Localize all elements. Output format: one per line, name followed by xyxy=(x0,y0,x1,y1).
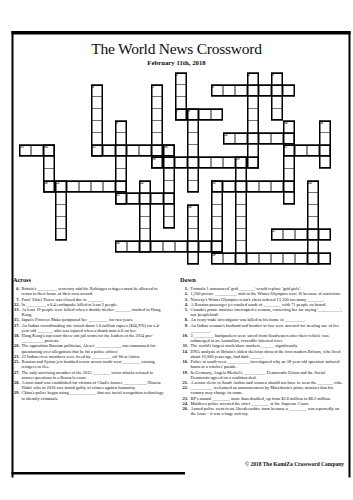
clue-across-29: 29.China's police began using __________… xyxy=(13,390,166,400)
grid-cell-r7c25[interactable] xyxy=(319,157,331,169)
grid-cell-r5c21[interactable] xyxy=(271,133,283,145)
grid-cell-r9c22[interactable] xyxy=(283,181,295,193)
grid-cell-r1c13[interactable] xyxy=(175,85,187,97)
grid-cell-r0c19[interactable] xyxy=(247,73,259,85)
clue-number: 25. xyxy=(13,359,20,364)
grid-cell-r4c11[interactable] xyxy=(151,121,163,133)
grid-cell-r14c18[interactable] xyxy=(235,241,247,253)
grid-cell-r8c22[interactable] xyxy=(283,169,295,181)
grid-cell-r7c18[interactable] xyxy=(235,157,247,169)
grid-cell-r9c4[interactable] xyxy=(67,181,79,193)
grid-cell-r11c10[interactable] xyxy=(139,205,151,217)
grid-cell-r4c8[interactable] xyxy=(115,121,127,133)
grid-cell-r15c21[interactable] xyxy=(271,253,283,265)
clue-text: China's police began using ____________ … xyxy=(22,390,164,400)
clue-text: __________ welcomed an announcement by M… xyxy=(191,385,334,395)
grid-cell-r8c8[interactable] xyxy=(115,169,127,181)
grid-cell-r14c10[interactable] xyxy=(139,241,151,253)
grid-cell-r9c6[interactable] xyxy=(91,181,103,193)
grid-cell-r13c25[interactable] xyxy=(319,229,331,241)
grid-cell-r11c24[interactable] xyxy=(307,205,319,217)
grid-cell-r13c14[interactable] xyxy=(187,229,199,241)
grid-cell-r14c11[interactable] xyxy=(151,241,163,253)
grid-cell-r7c17[interactable] xyxy=(223,157,235,169)
clue-text: Armed police went to an Aberdeenshire fa… xyxy=(191,406,340,416)
grid-cell-r8c2[interactable] xyxy=(43,169,55,181)
clue-text: Police in south-west __________ investig… xyxy=(191,359,340,369)
grid-cell-r12c18[interactable] xyxy=(235,217,247,229)
grid-cell-r9c19[interactable] xyxy=(247,181,259,193)
grid-cell-r9c8[interactable] xyxy=(115,181,127,193)
grid-cell-r14c14[interactable] xyxy=(187,241,199,253)
clue-text: 3 _________ backpackers were saved from … xyxy=(191,333,329,343)
clue-text: In Germany, Angela Merkel's __________ D… xyxy=(191,369,326,379)
grid-cell-r5c18[interactable] xyxy=(235,133,247,145)
grid-cell-r1c21[interactable] xyxy=(271,85,283,97)
grid-cell-r9c2[interactable] xyxy=(43,181,55,193)
clue-text: At least 19 people were killed when a do… xyxy=(22,307,161,317)
clue-text: Canada's prime minister interrupted a wo… xyxy=(191,307,342,317)
clue-down-16: 16.Police in south-west __________ inves… xyxy=(180,359,345,369)
clue-text: An Indian crowdfunding site raised about… xyxy=(22,322,161,332)
grid-cell-r9c5[interactable] xyxy=(79,181,91,193)
across-list: 6.Britain's _________ secretary said the… xyxy=(13,286,166,400)
grid-cell-r8c12[interactable] xyxy=(163,169,175,181)
grid-cell-r10c16[interactable] xyxy=(211,193,223,205)
grid-cell-r2c11[interactable] xyxy=(151,97,163,109)
grid-cell-r6c9[interactable] xyxy=(127,145,139,157)
grid-cell-r0c21[interactable] xyxy=(271,73,283,85)
grid-cell-r3c6[interactable] xyxy=(91,109,103,121)
grid-cell-r7c2[interactable] xyxy=(43,157,55,169)
grid-cell-r5c14[interactable] xyxy=(187,133,199,145)
grid-cell-r5c20[interactable] xyxy=(259,133,271,145)
grid-cell-r4c19[interactable] xyxy=(247,121,259,133)
clue-across-17: 17.An Indian crowdfunding site raised ab… xyxy=(13,322,166,332)
grid-cell-r9c18[interactable] xyxy=(235,181,247,193)
grid-cell-r9c17[interactable] xyxy=(223,181,235,193)
grid-cell-r9c24[interactable] xyxy=(307,181,319,193)
clue-across-13: 13.At least 19 people were killed when a… xyxy=(13,307,166,317)
clue-down-14: 14.DNA analysis of Britain's oldest skel… xyxy=(180,348,345,358)
grid-cell-r1c17[interactable] xyxy=(223,85,235,97)
grid-cell-r7c22[interactable] xyxy=(283,157,295,169)
grid-cell-r10c12[interactable] xyxy=(163,193,175,205)
clue-across-28: 28.A trust fund was established for vict… xyxy=(13,380,166,390)
grid-cell-r5c6[interactable] xyxy=(91,133,103,145)
grid-cell-r15c20[interactable] xyxy=(259,253,271,265)
clue-across-18: 18.Hong Kong's top court threw out jail … xyxy=(13,333,166,343)
grid-cell-r15c18[interactable] xyxy=(235,253,247,265)
grid-cell-r8c14[interactable] xyxy=(187,169,199,181)
clue-number: 18. xyxy=(13,333,20,338)
grid-cell-r1c11[interactable] xyxy=(151,85,163,97)
clue-number: 19. xyxy=(180,369,188,374)
clue-text: An Indian woman's husband and brother-in… xyxy=(191,322,339,332)
page-date: February 11th, 2018 xyxy=(0,59,353,67)
clue-down-9: 9.An Indian woman's husband and brother-… xyxy=(180,322,345,332)
clue-number: 5. xyxy=(180,307,188,312)
grid-cell-r14c15[interactable] xyxy=(199,241,211,253)
grid-cell-r9c3[interactable] xyxy=(55,181,67,193)
grid-cell-r12c24[interactable] xyxy=(307,217,319,229)
grid-cell-r10c24[interactable] xyxy=(307,193,319,205)
across-section: Across 6.Britain's _________ secretary s… xyxy=(13,276,166,400)
grid-cell-r6c25[interactable] xyxy=(319,145,331,157)
grid-cell-r6c7[interactable] xyxy=(103,145,115,157)
grid-cell-r11c18[interactable] xyxy=(235,205,247,217)
grid-cell-r7c12[interactable] xyxy=(163,157,175,169)
grid-cell-r6c2[interactable] xyxy=(43,145,55,157)
grid-cell-r15c22[interactable] xyxy=(283,253,295,265)
grid-cell-r15c24[interactable] xyxy=(307,253,319,265)
grid-cell-r3c21[interactable] xyxy=(271,109,283,121)
grid-cell-r14c13[interactable] xyxy=(175,241,187,253)
grid-cell-r1c20[interactable] xyxy=(259,85,271,97)
grid-cell-r14c12[interactable] xyxy=(163,241,175,253)
grid-cell-r9c16[interactable] xyxy=(211,181,223,193)
grid-cell-r1c18[interactable] xyxy=(235,85,247,97)
clue-number: 6. xyxy=(13,286,20,291)
grid-cell-r9c21[interactable] xyxy=(271,181,283,193)
grid-cell-r11c12[interactable] xyxy=(163,205,175,217)
clue-down-10: 10.3 _________ backpackers were saved fr… xyxy=(180,333,345,343)
grid-cell-r6c8[interactable] xyxy=(115,145,127,157)
clue-number: 20. xyxy=(13,343,20,348)
grid-cell-r14c24[interactable] xyxy=(307,241,319,253)
grid-cell-r9c20[interactable] xyxy=(259,181,271,193)
clue-number: 13. xyxy=(13,307,20,312)
grid-cell-r3c13[interactable] xyxy=(175,109,187,121)
clue-down-26: 26.Armed police went to an Aberdeenshire… xyxy=(180,406,345,416)
grid-cell-r9c10[interactable] xyxy=(139,181,151,193)
grid-cell-r3c19[interactable] xyxy=(247,109,259,121)
grid-cell-r6c12[interactable] xyxy=(163,145,175,157)
grid-cell-r11c14[interactable] xyxy=(187,205,199,217)
grid-cell-r5c25[interactable] xyxy=(319,133,331,145)
grid-cell-r7c14[interactable] xyxy=(187,157,199,169)
grid-cell-r3c14[interactable] xyxy=(187,109,199,121)
grid-cell-r10c3[interactable] xyxy=(55,193,67,205)
grid-cell-r15c19[interactable] xyxy=(247,253,259,265)
grid-cell-r2c13[interactable] xyxy=(175,97,187,109)
crossword-grid[interactable]: 6712131517182023252728291234589101114161… xyxy=(19,73,331,265)
grid-cell-r5c22[interactable] xyxy=(283,133,295,145)
clue-number: 16. xyxy=(180,359,188,364)
copyright: © 2018 The KomiZa Crossword Company xyxy=(242,461,344,467)
grid-cell-r4c22[interactable] xyxy=(283,121,295,133)
grid-cell-r2c19[interactable] xyxy=(247,97,259,109)
grid-cell-r14c8[interactable] xyxy=(115,241,127,253)
grid-cell-r10c8[interactable] xyxy=(115,193,127,205)
clue-number: 27. xyxy=(13,369,20,374)
grid-cell-r3c15[interactable] xyxy=(199,109,211,121)
clue-number: 28. xyxy=(13,380,20,385)
grid-cell-r7c8[interactable] xyxy=(115,157,127,169)
page-title: The World News Crossword xyxy=(0,40,353,57)
grid-cell-r3c11[interactable] xyxy=(151,109,163,121)
clue-text: A trust fund was established for victims… xyxy=(22,380,162,390)
clue-number: 9. xyxy=(180,322,188,327)
grid-cell-r0c13[interactable] xyxy=(175,73,187,85)
grid-cell-r13c3[interactable] xyxy=(55,229,67,241)
grid-cell-r5c17[interactable] xyxy=(223,133,235,145)
grid-cell-r11c16[interactable] xyxy=(211,205,223,217)
grid-cell-r7c11[interactable] xyxy=(151,157,163,169)
grid-cell-r9c14[interactable] xyxy=(187,181,199,193)
grid-cell-r2c6[interactable] xyxy=(91,97,103,109)
clue-number: 17. xyxy=(13,322,20,327)
grid-cell-r10c18[interactable] xyxy=(235,193,247,205)
grid-cell-r15c25[interactable] xyxy=(319,253,331,265)
grid-cell-r6c1[interactable] xyxy=(31,145,43,157)
grid-cell-r6c22[interactable] xyxy=(283,145,295,157)
down-section: Down 1.Formula 1 announced 'grid _______… xyxy=(180,276,345,416)
clue-across-6: 6.Britain's _________ secretary said the… xyxy=(13,286,166,296)
grid-cell-r6c10[interactable] xyxy=(139,145,151,157)
grid-cell-r13c10[interactable] xyxy=(139,229,151,241)
grid-cell-r14c9[interactable] xyxy=(127,241,139,253)
grid-cell-r10c22[interactable] xyxy=(283,193,295,205)
grid-cell-r4c14[interactable] xyxy=(187,121,199,133)
grid-cell-r8c18[interactable] xyxy=(235,169,247,181)
grid-cell-r5c19[interactable] xyxy=(247,133,259,145)
grid-cell-r9c12[interactable] xyxy=(163,181,175,193)
clue-number: 14. xyxy=(180,348,188,353)
grid-cell-r7c15[interactable] xyxy=(199,157,211,169)
grid-cell-r12c14[interactable] xyxy=(187,217,199,229)
clue-across-25: 25.Russian and Syrian jets bombed towns … xyxy=(13,359,166,369)
clue-across-27: 27.The only surviving member of the 2015… xyxy=(13,369,166,379)
grid-cell-r13c21[interactable] xyxy=(271,229,283,241)
grid-cell-r2c21[interactable] xyxy=(271,97,283,109)
clue-text: DNA analysis of Britain's oldest skeleto… xyxy=(191,348,341,358)
down-list: 1.Formula 1 announced 'grid _______' wou… xyxy=(180,286,345,416)
grid-cell-r1c6[interactable] xyxy=(91,85,103,97)
grid-cell-r7c13[interactable] xyxy=(175,157,187,169)
grid-cell-r13c23[interactable] xyxy=(295,229,307,241)
grid-cell-r6c0[interactable] xyxy=(19,145,31,157)
grid-cell-r13c16[interactable] xyxy=(211,229,223,241)
grid-cell-r10c11[interactable] xyxy=(151,193,163,205)
grid-cell-r6c11[interactable] xyxy=(151,145,163,157)
clue-down-22: 22.__________ welcomed an announcement b… xyxy=(180,385,345,395)
grid-cell-r7c16[interactable] xyxy=(211,157,223,169)
grid-cell-r12c12[interactable] xyxy=(163,217,175,229)
clue-text: Hong Kong's top court threw out jail ter… xyxy=(22,333,153,343)
grid-cell-r1c22[interactable] xyxy=(283,85,295,97)
clue-text: The opposition Russian politician, Alexe… xyxy=(22,343,156,353)
grid-cell-r9c7[interactable] xyxy=(103,181,115,193)
grid-cell-r15c14[interactable] xyxy=(187,253,199,265)
clue-down-19: 19.In Germany, Angela Merkel's _________… xyxy=(180,369,345,379)
grid-cell-r3c16[interactable] xyxy=(211,109,223,121)
clue-number: 22. xyxy=(180,385,188,390)
grid-cell-r6c24[interactable] xyxy=(307,145,319,157)
grid-cell-r1c19[interactable] xyxy=(247,85,259,97)
grid-cell-r7c19[interactable] xyxy=(247,157,259,169)
grid-cell-r13c22[interactable] xyxy=(283,229,295,241)
clue-number: 29. xyxy=(13,390,20,395)
clue-text: Britain's _________ secretary said the R… xyxy=(22,286,158,296)
grid-cell-r10c9[interactable] xyxy=(127,193,139,205)
grid-cell-r13c24[interactable] xyxy=(307,229,319,241)
grid-cell-r5c11[interactable] xyxy=(151,133,163,145)
clue-across-20: 20.The opposition Russian politician, Al… xyxy=(13,343,166,353)
clue-text: Russian and Syrian jets bombed towns acr… xyxy=(22,359,155,369)
grid-cell-r6c14[interactable] xyxy=(187,145,199,157)
grid-cell-r11c3[interactable] xyxy=(55,205,67,217)
grid-cell-r6c6[interactable] xyxy=(91,145,103,157)
grid-cell-r15c16[interactable] xyxy=(211,253,223,265)
grid-cell-r4c6[interactable] xyxy=(91,121,103,133)
page: The World News Crossword February 11th, … xyxy=(0,0,353,500)
grid-cell-r5c8[interactable] xyxy=(115,133,127,145)
grid-cell-r13c18[interactable] xyxy=(235,229,247,241)
grid-cell-r10c10[interactable] xyxy=(139,193,151,205)
down-header: Down xyxy=(180,276,345,284)
clue-down-5: 5.Canada's prime minister interrupted a … xyxy=(180,307,345,317)
grid-cell-r4c25[interactable] xyxy=(319,121,331,133)
clue-number: 10. xyxy=(180,333,188,338)
grid-cell-r12c10[interactable] xyxy=(139,217,151,229)
grid-cell-r15c17[interactable] xyxy=(223,253,235,265)
clue-text: The only surviving member of the 2015 __… xyxy=(22,369,154,379)
grid-cell-r14c16[interactable] xyxy=(211,241,223,253)
clue-number: 26. xyxy=(180,406,188,411)
bottom-rule xyxy=(12,472,186,475)
grid-cell-r12c3[interactable] xyxy=(55,217,67,229)
grid-cell-r1c16[interactable] xyxy=(211,85,223,97)
grid-cell-r15c23[interactable] xyxy=(295,253,307,265)
grid-cell-r12c16[interactable] xyxy=(211,217,223,229)
across-header: Across xyxy=(13,276,166,284)
grid-cell-r6c23[interactable] xyxy=(295,145,307,157)
